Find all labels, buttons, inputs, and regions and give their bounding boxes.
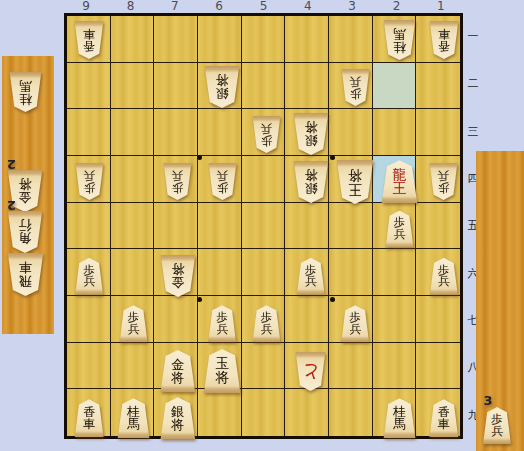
square-1c[interactable] — [416, 109, 460, 156]
square-4i[interactable] — [285, 389, 329, 436]
rank-label: 三 — [464, 108, 482, 155]
square-9g[interactable] — [67, 296, 111, 343]
file-label: 9 — [64, 0, 108, 13]
square-1e[interactable] — [416, 203, 460, 250]
file-label: 7 — [153, 0, 197, 13]
square-8f[interactable] — [111, 249, 155, 296]
hoshi-dot — [197, 297, 202, 302]
square-6i[interactable] — [198, 389, 242, 436]
square-6a[interactable] — [198, 16, 242, 63]
square-7b[interactable] — [154, 63, 198, 110]
rank-label: 一 — [464, 13, 482, 60]
square-8c[interactable] — [111, 109, 155, 156]
hoshi-dot — [197, 155, 202, 160]
sente-komadai: 歩兵3 — [476, 151, 524, 451]
square-3c[interactable] — [329, 109, 373, 156]
square-3e[interactable] — [329, 203, 373, 250]
square-4b[interactable] — [285, 63, 329, 110]
hoshi-dot — [330, 297, 335, 302]
square-2c[interactable] — [373, 109, 417, 156]
square-1h[interactable] — [416, 343, 460, 390]
shogi-app: 987654321 一二三四五六七八九 香車桂馬香車銀将歩兵歩兵銀将歩兵歩兵歩兵… — [0, 0, 524, 451]
file-label: 6 — [197, 0, 241, 13]
square-2g[interactable] — [373, 296, 417, 343]
square-6e[interactable] — [198, 203, 242, 250]
square-2b[interactable] — [373, 63, 417, 110]
square-7e[interactable] — [154, 203, 198, 250]
square-1b[interactable] — [416, 63, 460, 110]
square-8a[interactable] — [111, 16, 155, 63]
square-4e[interactable] — [285, 203, 329, 250]
square-5e[interactable] — [242, 203, 286, 250]
file-label: 3 — [330, 0, 374, 13]
file-labels: 987654321 — [64, 0, 463, 13]
gote-komadai: 桂馬金将2角行2飛車 — [2, 56, 54, 334]
hand-count: 3 — [483, 393, 492, 408]
file-label: 5 — [241, 0, 285, 13]
square-3f[interactable] — [329, 249, 373, 296]
hand-count: 2 — [7, 198, 16, 213]
square-8h[interactable] — [111, 343, 155, 390]
square-9c[interactable] — [67, 109, 111, 156]
file-label: 8 — [108, 0, 152, 13]
square-5b[interactable] — [242, 63, 286, 110]
square-9b[interactable] — [67, 63, 111, 110]
square-3h[interactable] — [329, 343, 373, 390]
square-4a[interactable] — [285, 16, 329, 63]
square-7a[interactable] — [154, 16, 198, 63]
square-6c[interactable] — [198, 109, 242, 156]
square-8b[interactable] — [111, 63, 155, 110]
square-9h[interactable] — [67, 343, 111, 390]
square-5d[interactable] — [242, 156, 286, 203]
square-1g[interactable] — [416, 296, 460, 343]
square-6f[interactable] — [198, 249, 242, 296]
square-2h[interactable] — [373, 343, 417, 390]
square-3a[interactable] — [329, 16, 373, 63]
hoshi-dot — [330, 155, 335, 160]
square-3i[interactable] — [329, 389, 373, 436]
rank-label: 二 — [464, 60, 482, 107]
square-7g[interactable] — [154, 296, 198, 343]
file-label: 2 — [374, 0, 418, 13]
square-5i[interactable] — [242, 389, 286, 436]
square-5h[interactable] — [242, 343, 286, 390]
square-5a[interactable] — [242, 16, 286, 63]
square-7c[interactable] — [154, 109, 198, 156]
square-8d[interactable] — [111, 156, 155, 203]
hand-count: 2 — [7, 157, 16, 172]
square-9e[interactable] — [67, 203, 111, 250]
square-8e[interactable] — [111, 203, 155, 250]
file-label: 1 — [419, 0, 463, 13]
square-2f[interactable] — [373, 249, 417, 296]
file-label: 4 — [286, 0, 330, 13]
square-4g[interactable] — [285, 296, 329, 343]
shogi-board: 香車桂馬香車銀将歩兵歩兵銀将歩兵歩兵歩兵銀将王将龍王歩兵歩兵歩兵金将歩兵歩兵歩兵… — [64, 13, 463, 439]
square-5f[interactable] — [242, 249, 286, 296]
